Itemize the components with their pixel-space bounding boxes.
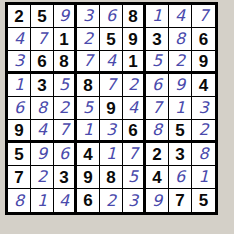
cell-r3c6[interactable]: 1: [123, 51, 146, 74]
cell-r3c8[interactable]: 2: [169, 51, 192, 74]
cell-r2c9[interactable]: 6: [192, 28, 215, 51]
cell-r6c1[interactable]: 9: [8, 120, 31, 143]
cell-r3c5[interactable]: 4: [100, 51, 123, 74]
cell-r6c5[interactable]: 3: [100, 120, 123, 143]
cell-r8c4[interactable]: 9: [77, 166, 100, 189]
cell-r2c4[interactable]: 2: [77, 28, 100, 51]
cell-r2c8[interactable]: 8: [169, 28, 192, 51]
cell-r6c8[interactable]: 5: [169, 120, 192, 143]
cell-r2c2[interactable]: 7: [31, 28, 54, 51]
cell-r3c9[interactable]: 9: [192, 51, 215, 74]
cell-r1c3[interactable]: 9: [54, 5, 77, 28]
cell-r4c2[interactable]: 3: [31, 74, 54, 97]
cell-r2c7[interactable]: 3: [146, 28, 169, 51]
cell-r7c3[interactable]: 6: [54, 143, 77, 166]
cell-r1c4[interactable]: 3: [77, 5, 100, 28]
cell-r2c3[interactable]: 1: [54, 28, 77, 51]
cell-r9c9[interactable]: 5: [192, 189, 215, 212]
cell-r5c3[interactable]: 2: [54, 97, 77, 120]
cell-r8c5[interactable]: 8: [100, 166, 123, 189]
cell-r7c6[interactable]: 7: [123, 143, 146, 166]
cell-r9c1[interactable]: 8: [8, 189, 31, 212]
cell-r7c9[interactable]: 8: [192, 143, 215, 166]
cell-r6c2[interactable]: 4: [31, 120, 54, 143]
cell-r8c6[interactable]: 5: [123, 166, 146, 189]
cell-r8c7[interactable]: 4: [146, 166, 169, 189]
cell-r3c3[interactable]: 8: [54, 51, 77, 74]
cell-r6c7[interactable]: 8: [146, 120, 169, 143]
cell-r4c5[interactable]: 7: [100, 74, 123, 97]
cell-r7c4[interactable]: 4: [77, 143, 100, 166]
cell-r5c6[interactable]: 4: [123, 97, 146, 120]
cell-r7c2[interactable]: 9: [31, 143, 54, 166]
cell-r5c7[interactable]: 7: [146, 97, 169, 120]
cell-r1c6[interactable]: 8: [123, 5, 146, 28]
cell-r9c4[interactable]: 6: [77, 189, 100, 212]
cell-r5c5[interactable]: 9: [100, 97, 123, 120]
cell-r9c8[interactable]: 7: [169, 189, 192, 212]
cell-r7c1[interactable]: 5: [8, 143, 31, 166]
cell-r7c5[interactable]: 1: [100, 143, 123, 166]
cell-r6c3[interactable]: 7: [54, 120, 77, 143]
sudoku-board: 2593681474712593863687415291358726946825…: [5, 2, 218, 215]
cell-r4c6[interactable]: 2: [123, 74, 146, 97]
cell-r3c1[interactable]: 3: [8, 51, 31, 74]
cell-r3c2[interactable]: 6: [31, 51, 54, 74]
cell-r8c1[interactable]: 7: [8, 166, 31, 189]
cell-r4c7[interactable]: 6: [146, 74, 169, 97]
cell-r5c2[interactable]: 8: [31, 97, 54, 120]
cell-r2c6[interactable]: 9: [123, 28, 146, 51]
cell-r5c9[interactable]: 3: [192, 97, 215, 120]
cell-r4c9[interactable]: 4: [192, 74, 215, 97]
cell-r3c4[interactable]: 7: [77, 51, 100, 74]
cell-r6c4[interactable]: 1: [77, 120, 100, 143]
cell-r5c1[interactable]: 6: [8, 97, 31, 120]
cell-r5c8[interactable]: 1: [169, 97, 192, 120]
cell-r9c3[interactable]: 4: [54, 189, 77, 212]
cell-r1c8[interactable]: 4: [169, 5, 192, 28]
cell-r1c1[interactable]: 2: [8, 5, 31, 28]
cell-r9c5[interactable]: 2: [100, 189, 123, 212]
cell-r9c6[interactable]: 3: [123, 189, 146, 212]
cell-r3c7[interactable]: 5: [146, 51, 169, 74]
cell-r8c8[interactable]: 6: [169, 166, 192, 189]
cell-r4c4[interactable]: 8: [77, 74, 100, 97]
cell-r8c9[interactable]: 1: [192, 166, 215, 189]
cell-r5c4[interactable]: 5: [77, 97, 100, 120]
cell-r7c7[interactable]: 2: [146, 143, 169, 166]
cell-r1c9[interactable]: 7: [192, 5, 215, 28]
cell-r1c5[interactable]: 6: [100, 5, 123, 28]
cell-r4c3[interactable]: 5: [54, 74, 77, 97]
cell-r8c3[interactable]: 3: [54, 166, 77, 189]
cell-r2c1[interactable]: 4: [8, 28, 31, 51]
cell-r6c6[interactable]: 6: [123, 120, 146, 143]
cell-r9c7[interactable]: 9: [146, 189, 169, 212]
cell-r4c1[interactable]: 1: [8, 74, 31, 97]
cell-r1c2[interactable]: 5: [31, 5, 54, 28]
cell-r2c5[interactable]: 5: [100, 28, 123, 51]
cell-r4c8[interactable]: 9: [169, 74, 192, 97]
cell-r1c7[interactable]: 1: [146, 5, 169, 28]
cell-r8c2[interactable]: 2: [31, 166, 54, 189]
cell-r7c8[interactable]: 3: [169, 143, 192, 166]
cell-r9c2[interactable]: 1: [31, 189, 54, 212]
cell-r6c9[interactable]: 2: [192, 120, 215, 143]
